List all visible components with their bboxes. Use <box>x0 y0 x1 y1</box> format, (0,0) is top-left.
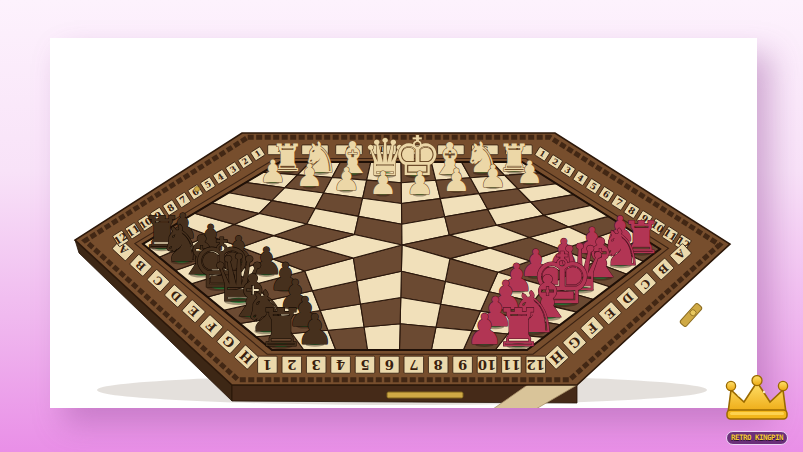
svg-text:6: 6 <box>385 357 394 372</box>
svg-text:♟: ♟ <box>442 162 470 198</box>
cell-lower-left-A4 <box>364 324 400 350</box>
brass-plaque <box>387 392 463 398</box>
three-player-chess-board: ABCDEFGH123456789101112ABCDEFGH121110987… <box>50 38 757 408</box>
piece-black-R: ♜ <box>257 297 304 358</box>
label-bottom-1: 1 <box>258 356 278 373</box>
label-bottom-6: 6 <box>380 356 400 373</box>
label-bottom-12: 12 <box>526 356 546 373</box>
svg-text:♜: ♜ <box>257 297 304 358</box>
piece-white-P: ♟ <box>406 165 434 201</box>
piece-white-P: ♟ <box>516 154 544 190</box>
logo-text-pill: RETRO KINGPIN <box>726 431 788 445</box>
label-bottom-3: 3 <box>306 356 326 373</box>
retro-kingpin-logo: RETRO KINGPIN <box>716 375 798 445</box>
label-bottom-2: 2 <box>282 356 302 373</box>
label-bottom-11: 11 <box>502 356 522 373</box>
brass-hinge <box>195 187 200 192</box>
svg-text:9: 9 <box>458 357 467 372</box>
svg-text:♟: ♟ <box>369 165 397 201</box>
cell-lower-left-A3 <box>328 327 368 350</box>
piece-white-P: ♟ <box>369 165 397 201</box>
svg-text:♜: ♜ <box>495 297 542 358</box>
label-bottom-9: 9 <box>453 356 473 373</box>
svg-text:4: 4 <box>336 357 345 372</box>
svg-text:1: 1 <box>263 357 272 372</box>
crown-icon <box>717 375 797 421</box>
label-bottom-7: 7 <box>404 356 424 373</box>
svg-text:8: 8 <box>434 357 443 372</box>
logo-text: RETRO KINGPIN <box>731 433 783 442</box>
svg-text:3: 3 <box>312 357 321 372</box>
svg-text:♟: ♟ <box>259 153 287 189</box>
svg-text:♟: ♟ <box>479 158 507 194</box>
piece-red-R: ♜ <box>495 297 542 358</box>
label-bottom-4: 4 <box>331 356 351 373</box>
svg-text:♟: ♟ <box>516 154 544 190</box>
svg-text:♟: ♟ <box>332 161 360 197</box>
svg-text:♟: ♟ <box>406 165 434 201</box>
piece-white-P: ♟ <box>296 157 324 193</box>
brass-clasp <box>679 303 702 328</box>
svg-text:7: 7 <box>409 357 418 372</box>
label-bottom-8: 8 <box>428 356 448 373</box>
cell-lower-right-H4 <box>400 324 437 350</box>
svg-text:2: 2 <box>287 357 296 372</box>
svg-text:12: 12 <box>527 357 546 372</box>
label-bottom-5: 5 <box>355 356 375 373</box>
piece-white-P: ♟ <box>332 161 360 197</box>
svg-text:5: 5 <box>360 357 369 372</box>
piece-white-P: ♟ <box>442 162 470 198</box>
label-bottom-10: 10 <box>477 356 497 373</box>
piece-white-P: ♟ <box>479 158 507 194</box>
product-photo: ABCDEFGH123456789101112ABCDEFGH121110987… <box>50 38 757 408</box>
svg-text:11: 11 <box>502 357 521 372</box>
page-background: { "page": { "background_top": "#fdf2fd",… <box>0 0 803 452</box>
svg-text:10: 10 <box>478 357 497 372</box>
piece-white-P: ♟ <box>259 153 287 189</box>
svg-text:♟: ♟ <box>296 157 324 193</box>
